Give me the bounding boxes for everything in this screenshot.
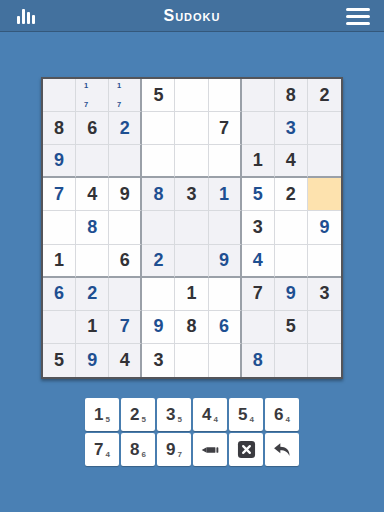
given-digit: 4 [87, 184, 97, 205]
cell-r4c2[interactable]: 4 [76, 178, 109, 211]
given-digit: 7 [219, 118, 229, 139]
numpad-row-1: 152535445464 [85, 398, 299, 431]
cell-r7c3[interactable] [109, 278, 142, 311]
given-digit: 4 [286, 150, 296, 171]
cell-r7c6[interactable] [209, 278, 242, 311]
hamburger-menu-icon [346, 8, 370, 28]
cell-r9c3[interactable]: 4 [109, 344, 142, 377]
user-digit: 6 [219, 316, 229, 337]
cell-r2c4[interactable] [142, 112, 175, 145]
given-digit: 3 [253, 217, 263, 238]
key-count-badge: 5 [142, 416, 146, 424]
key-digit: 4 [202, 406, 211, 423]
cell-r2c5[interactable] [175, 112, 208, 145]
cell-r5c9[interactable]: 9 [308, 211, 341, 244]
given-digit: 1 [253, 150, 263, 171]
cell-r2c8[interactable]: 3 [275, 112, 308, 145]
cell-r1c8[interactable]: 8 [275, 79, 308, 112]
cell-r6c2[interactable] [76, 245, 109, 278]
given-digit: 8 [54, 118, 64, 139]
numpad-key-5[interactable]: 54 [229, 398, 263, 431]
cell-r3c3[interactable] [109, 145, 142, 178]
user-digit: 8 [253, 350, 263, 371]
cell-r9c5[interactable] [175, 344, 208, 377]
cell-r9c9[interactable] [308, 344, 341, 377]
key-count-badge: 4 [286, 416, 290, 424]
user-digit: 2 [87, 283, 97, 304]
numpad-key-7[interactable]: 74 [85, 433, 119, 466]
cell-r2c7[interactable] [242, 112, 275, 145]
user-digit: 5 [253, 184, 263, 205]
numpad-key-3[interactable]: 35 [157, 398, 191, 431]
key-count-badge: 5 [178, 416, 182, 424]
key-digit: 1 [94, 406, 103, 423]
cell-r7c5[interactable]: 1 [175, 278, 208, 311]
sudoku-board: 1717582862739147498315283916294621793179… [41, 77, 343, 379]
cell-r1c1[interactable] [43, 79, 76, 112]
numpad-key-4[interactable]: 44 [193, 398, 227, 431]
cell-r1c5[interactable] [175, 79, 208, 112]
cell-r8c4[interactable]: 9 [142, 311, 175, 344]
given-digit: 2 [319, 85, 329, 106]
pencil-button[interactable] [193, 433, 227, 466]
numpad-key-9[interactable]: 97 [157, 433, 191, 466]
given-digit: 6 [120, 250, 130, 271]
stats-button[interactable] [12, 4, 40, 28]
cell-r8c3[interactable]: 7 [109, 311, 142, 344]
cell-r1c4[interactable]: 5 [142, 79, 175, 112]
key-digit: 9 [166, 441, 175, 458]
given-digit: 3 [186, 184, 196, 205]
cell-r4c1[interactable]: 7 [43, 178, 76, 211]
key-count-badge: 4 [250, 416, 254, 424]
given-digit: 5 [153, 85, 163, 106]
cell-r2c1[interactable]: 8 [43, 112, 76, 145]
given-digit: 7 [253, 283, 263, 304]
bar-chart-icon [17, 9, 35, 28]
cell-r4c3[interactable]: 9 [109, 178, 142, 211]
cell-r8c5[interactable]: 8 [175, 311, 208, 344]
cell-r6c1[interactable]: 1 [43, 245, 76, 278]
cell-r9c1[interactable]: 5 [43, 344, 76, 377]
cell-r4c6[interactable]: 1 [209, 178, 242, 211]
cell-r8c2[interactable]: 1 [76, 311, 109, 344]
key-count-badge: 4 [214, 416, 218, 424]
user-digit: 1 [219, 184, 229, 205]
key-digit: 8 [130, 441, 139, 458]
key-digit: 3 [166, 406, 175, 423]
cell-r1c7[interactable] [242, 79, 275, 112]
cell-r8c9[interactable] [308, 311, 341, 344]
cell-r8c1[interactable] [43, 311, 76, 344]
given-digit: 2 [286, 184, 296, 205]
cell-r7c8[interactable]: 9 [275, 278, 308, 311]
cell-r8c6[interactable]: 6 [209, 311, 242, 344]
given-digit: 6 [87, 118, 97, 139]
pencil-icon [200, 440, 220, 460]
cell-r9c4[interactable]: 3 [142, 344, 175, 377]
cell-r3c8[interactable]: 4 [275, 145, 308, 178]
user-digit: 9 [219, 250, 229, 271]
cell-r5c6[interactable] [209, 211, 242, 244]
key-digit: 7 [94, 441, 103, 458]
user-digit: 9 [153, 316, 163, 337]
given-digit: 5 [286, 316, 296, 337]
given-digit: 8 [186, 316, 196, 337]
cell-r9c6[interactable] [209, 344, 242, 377]
cell-r6c3[interactable]: 6 [109, 245, 142, 278]
cell-r9c2[interactable]: 9 [76, 344, 109, 377]
user-digit: 9 [319, 217, 329, 238]
cell-r2c3[interactable]: 2 [109, 112, 142, 145]
numpad-key-8[interactable]: 86 [121, 433, 155, 466]
cell-r4c9[interactable] [308, 178, 341, 211]
cell-r1c9[interactable]: 2 [308, 79, 341, 112]
given-digit: 9 [120, 184, 130, 205]
cell-r5c1[interactable] [43, 211, 76, 244]
cell-r9c8[interactable] [275, 344, 308, 377]
numpad: 152535445464748697 [0, 398, 384, 466]
numpad-key-2[interactable]: 25 [121, 398, 155, 431]
given-digit: 5 [54, 350, 64, 371]
cell-r3c6[interactable] [209, 145, 242, 178]
cell-r5c5[interactable] [175, 211, 208, 244]
cell-r1c6[interactable] [209, 79, 242, 112]
cell-r5c2[interactable]: 8 [76, 211, 109, 244]
cell-r5c4[interactable] [142, 211, 175, 244]
key-count-badge: 6 [142, 451, 146, 459]
cell-r6c4[interactable]: 2 [142, 245, 175, 278]
given-digit: 1 [54, 250, 64, 271]
given-digit: 8 [286, 85, 296, 106]
cell-r5c7[interactable]: 3 [242, 211, 275, 244]
numpad-key-1[interactable]: 15 [85, 398, 119, 431]
cell-r4c5[interactable]: 3 [175, 178, 208, 211]
key-count-badge: 7 [178, 451, 182, 459]
key-digit: 6 [274, 406, 283, 423]
cell-r6c6[interactable]: 9 [209, 245, 242, 278]
cell-r7c7[interactable]: 7 [242, 278, 275, 311]
cell-r3c2[interactable] [76, 145, 109, 178]
cell-r3c5[interactable] [175, 145, 208, 178]
app-header: Sudoku [0, 0, 384, 32]
undo-icon [272, 440, 292, 460]
erase-icon [237, 440, 256, 459]
user-digit: 4 [253, 250, 263, 271]
numpad-row-2: 748697 [85, 433, 299, 466]
cell-r3c1[interactable]: 9 [43, 145, 76, 178]
cell-r6c5[interactable] [175, 245, 208, 278]
cell-r4c4[interactable]: 8 [142, 178, 175, 211]
cell-r1c3[interactable]: 17 [109, 79, 142, 112]
user-digit: 8 [153, 184, 163, 205]
user-digit: 7 [120, 316, 130, 337]
cell-r2c9[interactable] [308, 112, 341, 145]
cell-r8c8[interactable]: 5 [275, 311, 308, 344]
user-digit: 6 [54, 283, 64, 304]
pencil-marks: 17 [109, 79, 140, 111]
cell-r6c8[interactable] [275, 245, 308, 278]
cell-r6c9[interactable] [308, 245, 341, 278]
cell-r2c6[interactable]: 7 [209, 112, 242, 145]
user-digit: 7 [54, 184, 64, 205]
given-digit: 3 [319, 283, 329, 304]
key-count-badge: 4 [106, 451, 110, 459]
given-digit: 1 [186, 283, 196, 304]
key-count-badge: 5 [106, 416, 110, 424]
cell-r9c7[interactable]: 8 [242, 344, 275, 377]
given-digit: 1 [87, 316, 97, 337]
cell-r5c8[interactable] [275, 211, 308, 244]
cell-r3c7[interactable]: 1 [242, 145, 275, 178]
cell-r7c1[interactable]: 6 [43, 278, 76, 311]
user-digit: 9 [54, 150, 64, 171]
page-title: Sudoku [163, 7, 220, 25]
erase-button[interactable] [229, 433, 263, 466]
user-digit: 2 [153, 250, 163, 271]
cell-r4c7[interactable]: 5 [242, 178, 275, 211]
undo-button[interactable] [265, 433, 299, 466]
cell-r8c7[interactable] [242, 311, 275, 344]
cell-r7c4[interactable] [142, 278, 175, 311]
cell-r3c4[interactable] [142, 145, 175, 178]
user-digit: 8 [87, 217, 97, 238]
board-area: 1717582862739147498315283916294621793179… [0, 77, 384, 379]
cell-r3c9[interactable] [308, 145, 341, 178]
pencil-marks: 17 [76, 79, 108, 111]
user-digit: 9 [87, 350, 97, 371]
cell-r6c7[interactable]: 4 [242, 245, 275, 278]
user-digit: 3 [286, 118, 296, 139]
cell-r5c3[interactable] [109, 211, 142, 244]
cell-r7c2[interactable]: 2 [76, 278, 109, 311]
numpad-key-6[interactable]: 64 [265, 398, 299, 431]
given-digit: 3 [153, 350, 163, 371]
given-digit: 4 [120, 350, 130, 371]
cell-r2c2[interactable]: 6 [76, 112, 109, 145]
user-digit: 2 [120, 118, 130, 139]
user-digit: 9 [286, 283, 296, 304]
cell-r7c9[interactable]: 3 [308, 278, 341, 311]
key-digit: 5 [238, 406, 247, 423]
cell-r1c2[interactable]: 17 [76, 79, 109, 112]
key-digit: 2 [130, 406, 139, 423]
menu-button[interactable] [344, 4, 372, 28]
cell-r4c8[interactable]: 2 [275, 178, 308, 211]
